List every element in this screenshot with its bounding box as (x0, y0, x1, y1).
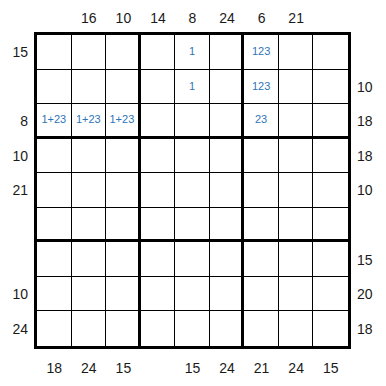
cell-r1c7[interactable]: 123 (244, 35, 279, 70)
clue-top-col-5: 8 (189, 11, 197, 25)
clue-right-row-2: 10 (357, 80, 373, 94)
cell-r2c9[interactable] (313, 70, 348, 105)
cell-r5c3[interactable] (106, 173, 141, 208)
cell-r9c4[interactable] (141, 311, 176, 346)
cell-r4c9[interactable] (313, 139, 348, 174)
clue-left-row-3: 8 (20, 114, 28, 128)
cell-r8c5[interactable] (175, 277, 210, 312)
cell-r1c2[interactable] (72, 35, 107, 70)
cell-r2c7[interactable]: 123 (244, 70, 279, 105)
clue-right-row-5: 10 (357, 183, 373, 197)
cell-r4c2[interactable] (72, 139, 107, 174)
cell-r6c1[interactable] (37, 208, 72, 243)
clue-bottom-col-8: 24 (288, 361, 304, 375)
cell-r6c4[interactable] (141, 208, 176, 243)
cell-r3c1[interactable]: 1+23 (37, 104, 72, 139)
cell-r3c4[interactable] (141, 104, 176, 139)
clue-top-col-2: 16 (81, 11, 97, 25)
cell-r1c1[interactable] (37, 35, 72, 70)
cell-r7c4[interactable] (141, 242, 176, 277)
cell-r8c8[interactable] (279, 277, 314, 312)
cell-r3c7[interactable]: 23 (244, 104, 279, 139)
clue-left-row-5: 21 (12, 183, 28, 197)
pencil-marks: 1+23 (76, 114, 101, 125)
clue-top-col-8: 21 (288, 11, 304, 25)
cell-r4c6[interactable] (210, 139, 245, 174)
cell-r4c8[interactable] (279, 139, 314, 174)
cell-r6c7[interactable] (244, 208, 279, 243)
cell-r7c8[interactable] (279, 242, 314, 277)
pencil-marks: 1+23 (109, 114, 134, 125)
cell-r4c1[interactable] (37, 139, 72, 174)
clue-left-row-9: 24 (12, 322, 28, 336)
clue-right-row-8: 20 (357, 287, 373, 301)
cell-r9c3[interactable] (106, 311, 141, 346)
pencil-marks: 23 (255, 114, 267, 125)
cell-r8c4[interactable] (141, 277, 176, 312)
sudoku-board: 112311231+231+231+2323 (34, 32, 351, 349)
cell-r7c3[interactable] (106, 242, 141, 277)
cell-r7c9[interactable] (313, 242, 348, 277)
cell-r9c5[interactable] (175, 311, 210, 346)
cell-r5c8[interactable] (279, 173, 314, 208)
cell-r8c2[interactable] (72, 277, 107, 312)
cell-r2c6[interactable] (210, 70, 245, 105)
cell-r7c1[interactable] (37, 242, 72, 277)
cell-r1c4[interactable] (141, 35, 176, 70)
cell-r9c2[interactable] (72, 311, 107, 346)
bottom-clues-strip: 1824151524212415 (37, 353, 348, 383)
pencil-marks: 123 (252, 46, 270, 57)
clue-left-row-4: 10 (12, 149, 28, 163)
cell-r7c2[interactable] (72, 242, 107, 277)
cell-r1c5[interactable]: 1 (175, 35, 210, 70)
clue-bottom-col-6: 24 (219, 361, 235, 375)
clue-bottom-col-3: 15 (116, 361, 132, 375)
pencil-marks: 1+23 (41, 114, 66, 125)
cell-r9c7[interactable] (244, 311, 279, 346)
clue-top-col-4: 14 (150, 11, 166, 25)
cell-r8c9[interactable] (313, 277, 348, 312)
cell-r6c8[interactable] (279, 208, 314, 243)
cell-r2c8[interactable] (279, 70, 314, 105)
clue-top-col-6: 24 (219, 11, 235, 25)
cell-r4c7[interactable] (244, 139, 279, 174)
cell-r7c7[interactable] (244, 242, 279, 277)
cell-r2c2[interactable] (72, 70, 107, 105)
cell-r7c6[interactable] (210, 242, 245, 277)
clue-left-row-8: 10 (12, 287, 28, 301)
cell-r1c3[interactable] (106, 35, 141, 70)
cell-r4c4[interactable] (141, 139, 176, 174)
clue-bottom-col-2: 24 (81, 361, 97, 375)
clue-right-row-9: 18 (357, 322, 373, 336)
cell-r6c2[interactable] (72, 208, 107, 243)
clue-right-row-7: 15 (357, 253, 373, 267)
cell-r1c9[interactable] (313, 35, 348, 70)
cell-r3c9[interactable] (313, 104, 348, 139)
puzzle-page: 161014824621 15810211024 112311231+231+2… (0, 0, 386, 386)
clue-bottom-col-1: 18 (46, 361, 62, 375)
cell-r3c5[interactable] (175, 104, 210, 139)
cell-r9c1[interactable] (37, 311, 72, 346)
cell-r3c3[interactable]: 1+23 (106, 104, 141, 139)
clue-right-row-3: 18 (357, 114, 373, 128)
cell-r2c4[interactable] (141, 70, 176, 105)
cell-r2c1[interactable] (37, 70, 72, 105)
cell-r2c3[interactable] (106, 70, 141, 105)
cell-r5c4[interactable] (141, 173, 176, 208)
cell-r8c7[interactable] (244, 277, 279, 312)
cell-r5c9[interactable] (313, 173, 348, 208)
cell-r4c5[interactable] (175, 139, 210, 174)
cell-r4c3[interactable] (106, 139, 141, 174)
cell-r8c6[interactable] (210, 277, 245, 312)
clue-bottom-col-9: 15 (323, 361, 339, 375)
pencil-marks: 123 (252, 81, 270, 92)
cell-r1c6[interactable] (210, 35, 245, 70)
cell-r8c3[interactable] (106, 277, 141, 312)
cell-r5c1[interactable] (37, 173, 72, 208)
pencil-marks: 1 (189, 81, 195, 92)
cell-r6c9[interactable] (313, 208, 348, 243)
top-clues-strip: 161014824621 (37, 0, 348, 30)
cell-r9c9[interactable] (313, 311, 348, 346)
cell-r3c8[interactable] (279, 104, 314, 139)
clue-right-row-4: 18 (357, 149, 373, 163)
cell-r5c2[interactable] (72, 173, 107, 208)
clue-top-col-3: 10 (116, 11, 132, 25)
cell-r6c5[interactable] (175, 208, 210, 243)
cell-r6c6[interactable] (210, 208, 245, 243)
left-clues-strip: 15810211024 (0, 35, 28, 346)
pencil-marks: 1 (189, 46, 195, 57)
cell-r9c8[interactable] (279, 311, 314, 346)
cell-r7c5[interactable] (175, 242, 210, 277)
cell-r1c8[interactable] (279, 35, 314, 70)
cell-r5c6[interactable] (210, 173, 245, 208)
cell-r8c1[interactable] (37, 277, 72, 312)
cell-r3c6[interactable] (210, 104, 245, 139)
clue-left-row-1: 15 (12, 45, 28, 59)
cell-r6c3[interactable] (106, 208, 141, 243)
clue-top-col-7: 6 (258, 11, 266, 25)
cell-r3c2[interactable]: 1+23 (72, 104, 107, 139)
cell-r9c6[interactable] (210, 311, 245, 346)
right-clues-strip: 10181810152018 (357, 35, 385, 346)
clue-bottom-col-5: 15 (185, 361, 201, 375)
clue-bottom-col-7: 21 (254, 361, 270, 375)
cell-r5c5[interactable] (175, 173, 210, 208)
cell-r2c5[interactable]: 1 (175, 70, 210, 105)
cell-r5c7[interactable] (244, 173, 279, 208)
